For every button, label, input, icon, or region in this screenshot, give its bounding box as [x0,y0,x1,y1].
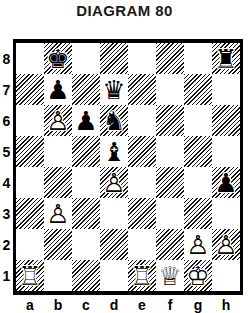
square-b6: ♟♙ [44,105,72,136]
square-c8 [72,43,100,74]
square-g7 [184,74,212,105]
piece-black-king: ♚ [44,43,72,74]
square-c4 [72,167,100,198]
file-label-f: f [156,297,184,313]
file-label-h: h [212,297,240,313]
piece-white-queen: ♛♕ [156,260,184,291]
square-a3 [16,198,44,229]
square-f5 [156,136,184,167]
file-label-g: g [184,297,212,313]
board: ♚♜♟♛♟♙♟♞♝♟♙♟♟♙♟♙♟♙♜♖♜♖♛♕♚♔ [13,39,243,295]
square-e7 [128,74,156,105]
piece-white-pawn: ♟♙ [44,105,72,136]
square-a2 [16,229,44,260]
piece-black-pawn: ♟ [212,167,240,198]
square-h6 [212,105,240,136]
square-a1: ♜♖ [16,260,44,291]
square-a4 [16,167,44,198]
square-g2: ♟♙ [184,229,212,260]
file-labels: abcdefgh [13,295,243,313]
square-e4 [128,167,156,198]
square-c5 [72,136,100,167]
square-b5 [44,136,72,167]
square-e2 [128,229,156,260]
square-b7: ♟ [44,74,72,105]
piece-black-rook: ♜ [212,43,240,74]
piece-white-pawn: ♟♙ [100,167,128,198]
square-h8: ♜ [212,43,240,74]
piece-white-pawn: ♟♙ [184,229,212,260]
square-c6: ♟ [72,105,100,136]
piece-black-queen: ♛ [100,74,128,105]
square-a8 [16,43,44,74]
square-e3 [128,198,156,229]
rank-label-5: 5 [0,136,13,167]
piece-white-rook: ♜♖ [128,260,156,291]
piece-black-knight: ♞ [100,105,128,136]
square-d4: ♟♙ [100,167,128,198]
square-h1 [212,260,240,291]
square-c7 [72,74,100,105]
square-e8 [128,43,156,74]
piece-white-pawn: ♟♙ [212,229,240,260]
square-f2 [156,229,184,260]
square-g8 [184,43,212,74]
square-h3 [212,198,240,229]
square-f4 [156,167,184,198]
piece-white-king: ♚♔ [184,260,212,291]
square-d6: ♞ [100,105,128,136]
square-d3 [100,198,128,229]
square-f3 [156,198,184,229]
square-c2 [72,229,100,260]
rank-label-6: 6 [0,105,13,136]
piece-black-pawn: ♟ [72,105,100,136]
square-c3 [72,198,100,229]
square-f7 [156,74,184,105]
rank-label-7: 7 [0,74,13,105]
file-label-a: a [16,297,44,313]
rank-labels: 87654321 [0,39,13,295]
piece-white-pawn: ♟♙ [44,198,72,229]
rank-label-4: 4 [0,167,13,198]
square-d5: ♝ [100,136,128,167]
rank-label-8: 8 [0,43,13,74]
piece-black-bishop: ♝ [100,136,128,167]
file-label-d: d [100,297,128,313]
square-b3: ♟♙ [44,198,72,229]
board-area: 87654321 ♚♜♟♛♟♙♟♞♝♟♙♟♟♙♟♙♟♙♜♖♜♖♛♕♚♔ abcd… [0,39,243,313]
square-a7 [16,74,44,105]
square-g1: ♚♔ [184,260,212,291]
square-b4 [44,167,72,198]
square-h5 [212,136,240,167]
square-f6 [156,105,184,136]
square-b2 [44,229,72,260]
piece-black-pawn: ♟ [44,74,72,105]
square-h7 [212,74,240,105]
square-c1 [72,260,100,291]
square-d1 [100,260,128,291]
square-g6 [184,105,212,136]
square-g5 [184,136,212,167]
square-h2: ♟♙ [212,229,240,260]
piece-white-rook: ♜♖ [16,260,44,291]
square-h4: ♟ [212,167,240,198]
rank-label-3: 3 [0,198,13,229]
file-label-b: b [44,297,72,313]
square-f1: ♛♕ [156,260,184,291]
square-d8 [100,43,128,74]
file-label-c: c [72,297,100,313]
square-d2 [100,229,128,260]
square-e1: ♜♖ [128,260,156,291]
square-a5 [16,136,44,167]
square-b8: ♚ [44,43,72,74]
square-d7: ♛ [100,74,128,105]
rank-label-2: 2 [0,229,13,260]
square-e6 [128,105,156,136]
square-a6 [16,105,44,136]
square-f8 [156,43,184,74]
rank-label-1: 1 [0,260,13,291]
file-label-e: e [128,297,156,313]
square-g4 [184,167,212,198]
square-g3 [184,198,212,229]
square-b1 [44,260,72,291]
square-e5 [128,136,156,167]
diagram-title: DIAGRAM 80 [0,2,249,19]
